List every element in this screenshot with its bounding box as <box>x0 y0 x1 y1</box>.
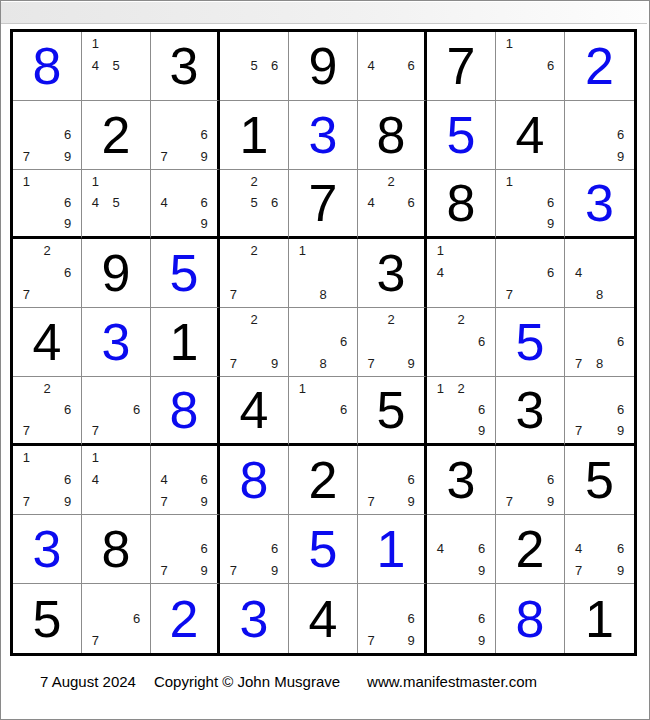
pencil-mark: 9 <box>478 424 485 437</box>
pencil-mark: 9 <box>407 634 414 647</box>
cell-r9c6[interactable]: 679 <box>358 584 427 653</box>
pencil-mark: 5 <box>250 59 257 72</box>
pencil-mark: 9 <box>200 217 207 230</box>
cell-value: 3 <box>358 239 424 307</box>
pencil-marks: 679 <box>568 378 631 441</box>
pencil-mark: 2 <box>250 313 257 326</box>
cell-r2c2[interactable]: 2 <box>82 101 151 170</box>
cell-value: 3 <box>151 32 217 100</box>
pencil-marks: 169 <box>499 171 561 234</box>
cell-value: 3 <box>496 377 564 443</box>
pencil-mark: 2 <box>43 244 50 257</box>
cell-value: 8 <box>151 377 217 443</box>
pencil-mark: 6 <box>407 473 414 486</box>
pencil-marks: 67 <box>499 240 561 305</box>
pencil-marks: 26 <box>430 309 492 374</box>
cell-value: 2 <box>565 32 634 100</box>
cell-r7c4[interactable]: 8 <box>220 446 289 515</box>
pencil-mark: 7 <box>367 495 374 508</box>
cell-r7c6[interactable]: 679 <box>358 446 427 515</box>
footer-date: 7 August 2024 <box>40 673 136 690</box>
cell-r2c4[interactable]: 1 <box>220 101 289 170</box>
pencil-mark: 6 <box>271 196 278 209</box>
cell-r8c8[interactable]: 2 <box>496 515 565 584</box>
pencil-mark: 7 <box>506 288 513 301</box>
cell-value: 8 <box>82 515 150 583</box>
pencil-mark: 7 <box>575 564 582 577</box>
pencil-mark: 1 <box>23 451 30 464</box>
cell-r3c1[interactable]: 169 <box>13 170 82 239</box>
pencil-mark: 4 <box>92 473 99 486</box>
pencil-marks: 679 <box>154 516 214 581</box>
cell-r2c1[interactable]: 679 <box>13 101 82 170</box>
cell-r5c3[interactable]: 1 <box>151 308 220 377</box>
pencil-marks: 679 <box>499 447 561 512</box>
cell-r4c9[interactable]: 48 <box>565 239 634 308</box>
cell-r6c2[interactable]: 67 <box>82 377 151 446</box>
cell-value: 4 <box>496 101 564 169</box>
cell-r7c9[interactable]: 5 <box>565 446 634 515</box>
cell-r7c7[interactable]: 3 <box>427 446 496 515</box>
cell-r3c8[interactable]: 169 <box>496 170 565 239</box>
pencil-mark: 4 <box>92 59 99 72</box>
pencil-mark: 6 <box>64 473 71 486</box>
cell-r4c4[interactable]: 27 <box>220 239 289 308</box>
cell-value: 8 <box>427 170 495 236</box>
pencil-marks: 68 <box>292 309 354 374</box>
cell-value: 5 <box>565 446 634 514</box>
pencil-mark: 7 <box>92 634 99 647</box>
pencil-mark: 6 <box>200 196 207 209</box>
cell-r8c2[interactable]: 8 <box>82 515 151 584</box>
cell-r5c5[interactable]: 68 <box>289 308 358 377</box>
pencil-marks: 69 <box>430 585 492 651</box>
cell-r1c9[interactable]: 2 <box>565 32 634 101</box>
cell-r3c6[interactable]: 246 <box>358 170 427 239</box>
cell-r2c5[interactable]: 3 <box>289 101 358 170</box>
pencil-mark: 6 <box>478 612 485 625</box>
cell-r6c5[interactable]: 16 <box>289 377 358 446</box>
pencil-mark: 6 <box>64 128 71 141</box>
cell-value: 5 <box>427 101 495 169</box>
pencil-mark: 9 <box>478 564 485 577</box>
pencil-mark: 9 <box>64 495 71 508</box>
cell-r7c8[interactable]: 679 <box>496 446 565 515</box>
cell-r6c4[interactable]: 4 <box>220 377 289 446</box>
pencil-mark: 9 <box>478 634 485 647</box>
pencil-marks: 67 <box>85 378 147 441</box>
pencil-mark: 7 <box>23 495 30 508</box>
pencil-mark: 2 <box>250 175 257 188</box>
sudoku-board: 8145356946716267926791385469169145469256… <box>10 29 637 656</box>
pencil-mark: 4 <box>367 59 374 72</box>
cell-r7c2[interactable]: 14 <box>82 446 151 515</box>
pencil-mark: 9 <box>271 357 278 370</box>
cell-value: 5 <box>496 308 564 376</box>
pencil-marks: 145 <box>85 171 147 234</box>
pencil-marks: 56 <box>223 33 285 98</box>
cell-value: 3 <box>289 101 357 169</box>
pencil-mark: 7 <box>575 357 582 370</box>
pencil-mark: 6 <box>407 59 414 72</box>
cell-value: 3 <box>565 170 634 236</box>
cell-value: 5 <box>289 515 357 583</box>
pencil-mark: 7 <box>367 357 374 370</box>
pencil-mark: 4 <box>437 542 444 555</box>
cell-r6c7[interactable]: 1269 <box>427 377 496 446</box>
pencil-marks: 169 <box>16 171 78 234</box>
cell-value: 2 <box>151 584 217 653</box>
cell-r5c7[interactable]: 26 <box>427 308 496 377</box>
pencil-marks: 1269 <box>430 378 492 441</box>
cell-r4c1[interactable]: 267 <box>13 239 82 308</box>
pencil-marks: 679 <box>154 102 214 167</box>
cell-r6c6[interactable]: 5 <box>358 377 427 446</box>
pencil-mark: 7 <box>92 424 99 437</box>
pencil-mark: 9 <box>200 564 207 577</box>
cell-r2c8[interactable]: 4 <box>496 101 565 170</box>
pencil-mark: 2 <box>250 244 257 257</box>
pencil-mark: 7 <box>367 634 374 647</box>
cell-value: 8 <box>13 32 81 100</box>
cell-r3c4[interactable]: 256 <box>220 170 289 239</box>
footer: 7 August 2024 Copyright © John Musgrave … <box>40 673 537 690</box>
pencil-mark: 6 <box>64 403 71 416</box>
pencil-mark: 4 <box>160 196 167 209</box>
pencil-mark: 1 <box>299 382 306 395</box>
pencil-mark: 1 <box>506 175 513 188</box>
pencil-mark: 7 <box>23 288 30 301</box>
pencil-mark: 6 <box>64 196 71 209</box>
pencil-marks: 279 <box>223 309 285 374</box>
pencil-marks: 67 <box>85 585 147 651</box>
pencil-mark: 6 <box>617 128 624 141</box>
pencil-mark: 9 <box>617 424 624 437</box>
cell-r6c8[interactable]: 3 <box>496 377 565 446</box>
cell-r9c2[interactable]: 67 <box>82 584 151 653</box>
cell-r7c5[interactable]: 2 <box>289 446 358 515</box>
pencil-mark: 6 <box>340 403 347 416</box>
cell-r8c1[interactable]: 3 <box>13 515 82 584</box>
cell-r3c2[interactable]: 145 <box>82 170 151 239</box>
pencil-marks: 16 <box>499 33 561 98</box>
pencil-mark: 7 <box>575 424 582 437</box>
cell-value: 2 <box>289 446 357 514</box>
pencil-marks: 469 <box>430 516 492 581</box>
cell-value: 5 <box>358 377 424 443</box>
cell-r5c2[interactable]: 3 <box>82 308 151 377</box>
pencil-mark: 2 <box>387 175 394 188</box>
pencil-mark: 6 <box>133 403 140 416</box>
pencil-mark: 6 <box>64 266 71 279</box>
cell-r3c9[interactable]: 3 <box>565 170 634 239</box>
cell-r1c1[interactable]: 8 <box>13 32 82 101</box>
pencil-marks: 679 <box>361 585 421 651</box>
cell-r2c9[interactable]: 69 <box>565 101 634 170</box>
cell-r1c7[interactable]: 7 <box>427 32 496 101</box>
cell-r8c6[interactable]: 1 <box>358 515 427 584</box>
pencil-mark: 6 <box>200 128 207 141</box>
pencil-mark: 6 <box>617 542 624 555</box>
pencil-mark: 1 <box>92 451 99 464</box>
pencil-mark: 6 <box>478 403 485 416</box>
pencil-mark: 2 <box>457 313 464 326</box>
cell-r9c1[interactable]: 5 <box>13 584 82 653</box>
pencil-mark: 1 <box>92 37 99 50</box>
pencil-mark: 1 <box>437 244 444 257</box>
cell-r3c7[interactable]: 8 <box>427 170 496 239</box>
pencil-mark: 1 <box>437 382 444 395</box>
cell-r3c3[interactable]: 469 <box>151 170 220 239</box>
pencil-mark: 8 <box>319 357 326 370</box>
pencil-mark: 6 <box>617 335 624 348</box>
cell-r4c5[interactable]: 18 <box>289 239 358 308</box>
cell-r1c3[interactable]: 3 <box>151 32 220 101</box>
pencil-marks: 679 <box>361 447 421 512</box>
pencil-marks: 1679 <box>16 447 78 512</box>
pencil-mark: 7 <box>230 288 237 301</box>
pencil-mark: 2 <box>43 382 50 395</box>
cell-r1c2[interactable]: 145 <box>82 32 151 101</box>
pencil-marks: 267 <box>16 240 78 305</box>
pencil-mark: 6 <box>271 542 278 555</box>
cell-r1c4[interactable]: 56 <box>220 32 289 101</box>
pencil-marks: 679 <box>16 102 78 167</box>
cell-value: 1 <box>358 515 424 583</box>
pencil-mark: 8 <box>596 357 603 370</box>
pencil-marks: 14 <box>85 447 147 512</box>
cell-r6c9[interactable]: 679 <box>565 377 634 446</box>
pencil-mark: 7 <box>230 357 237 370</box>
pencil-mark: 6 <box>200 542 207 555</box>
cell-r7c3[interactable]: 4679 <box>151 446 220 515</box>
pencil-marks: 679 <box>223 516 285 581</box>
cell-r7c1[interactable]: 1679 <box>13 446 82 515</box>
pencil-mark: 7 <box>230 564 237 577</box>
cell-r1c8[interactable]: 16 <box>496 32 565 101</box>
pencil-mark: 6 <box>407 196 414 209</box>
cell-value: 3 <box>13 515 81 583</box>
pencil-mark: 5 <box>250 196 257 209</box>
pencil-mark: 6 <box>547 266 554 279</box>
cell-r2c7[interactable]: 5 <box>427 101 496 170</box>
cell-r4c6[interactable]: 3 <box>358 239 427 308</box>
pencil-marks: 18 <box>292 240 354 305</box>
pencil-mark: 6 <box>617 403 624 416</box>
cell-value: 5 <box>13 584 81 653</box>
cell-r9c9[interactable]: 1 <box>565 584 634 653</box>
cell-r5c4[interactable]: 279 <box>220 308 289 377</box>
pencil-mark: 1 <box>92 175 99 188</box>
cell-value: 7 <box>289 170 357 236</box>
cell-r8c9[interactable]: 4679 <box>565 515 634 584</box>
pencil-mark: 9 <box>547 217 554 230</box>
pencil-mark: 7 <box>160 150 167 163</box>
pencil-marks: 4679 <box>568 516 631 581</box>
cell-r4c2[interactable]: 9 <box>82 239 151 308</box>
pencil-mark: 4 <box>575 542 582 555</box>
header-bar <box>1 2 647 24</box>
pencil-mark: 9 <box>64 217 71 230</box>
pencil-mark: 6 <box>133 612 140 625</box>
pencil-mark: 6 <box>547 196 554 209</box>
cell-r9c5[interactable]: 4 <box>289 584 358 653</box>
pencil-mark: 4 <box>575 266 582 279</box>
pencil-mark: 6 <box>407 612 414 625</box>
pencil-mark: 9 <box>64 150 71 163</box>
footer-website: www.manifestmaster.com <box>367 673 537 690</box>
pencil-mark: 4 <box>437 266 444 279</box>
cell-r2c3[interactable]: 679 <box>151 101 220 170</box>
cell-r6c3[interactable]: 8 <box>151 377 220 446</box>
pencil-marks: 469 <box>154 171 214 234</box>
cell-r6c1[interactable]: 267 <box>13 377 82 446</box>
pencil-marks: 279 <box>361 309 421 374</box>
cell-value: 3 <box>220 584 288 653</box>
cell-value: 3 <box>82 308 150 376</box>
cell-r9c4[interactable]: 3 <box>220 584 289 653</box>
cell-r1c5[interactable]: 9 <box>289 32 358 101</box>
pencil-mark: 6 <box>478 335 485 348</box>
cell-value: 7 <box>427 32 495 100</box>
cell-value: 9 <box>289 32 357 100</box>
pencil-mark: 1 <box>506 37 513 50</box>
pencil-mark: 6 <box>547 59 554 72</box>
pencil-mark: 6 <box>200 473 207 486</box>
cell-value: 1 <box>565 584 634 653</box>
footer-copyright: Copyright © John Musgrave <box>154 673 340 690</box>
pencil-mark: 6 <box>547 473 554 486</box>
pencil-marks: 246 <box>361 171 421 234</box>
pencil-mark: 9 <box>547 495 554 508</box>
pencil-marks: 145 <box>85 33 147 98</box>
cell-value: 3 <box>427 446 495 514</box>
pencil-marks: 48 <box>568 240 631 305</box>
cell-value: 9 <box>82 239 150 307</box>
cell-r4c7[interactable]: 14 <box>427 239 496 308</box>
pencil-mark: 7 <box>160 564 167 577</box>
cell-r5c6[interactable]: 279 <box>358 308 427 377</box>
pencil-mark: 9 <box>617 150 624 163</box>
cell-value: 2 <box>496 515 564 583</box>
pencil-mark: 7 <box>160 495 167 508</box>
pencil-mark: 6 <box>478 542 485 555</box>
cell-r8c7[interactable]: 469 <box>427 515 496 584</box>
pencil-mark: 7 <box>23 150 30 163</box>
pencil-mark: 9 <box>407 495 414 508</box>
pencil-mark: 7 <box>23 424 30 437</box>
pencil-mark: 4 <box>92 196 99 209</box>
cell-r8c5[interactable]: 5 <box>289 515 358 584</box>
cell-value: 1 <box>151 308 217 376</box>
pencil-mark: 1 <box>299 244 306 257</box>
cell-value: 4 <box>13 308 81 376</box>
pencil-mark: 1 <box>23 175 30 188</box>
pencil-mark: 6 <box>271 59 278 72</box>
pencil-mark: 9 <box>271 564 278 577</box>
cell-value: 8 <box>220 446 288 514</box>
cell-r8c3[interactable]: 679 <box>151 515 220 584</box>
pencil-mark: 2 <box>387 313 394 326</box>
pencil-mark: 4 <box>160 473 167 486</box>
cell-r5c8[interactable]: 5 <box>496 308 565 377</box>
cell-r5c9[interactable]: 678 <box>565 308 634 377</box>
pencil-mark: 8 <box>319 288 326 301</box>
pencil-marks: 27 <box>223 240 285 305</box>
cell-value: 5 <box>151 239 217 307</box>
cell-r4c3[interactable]: 5 <box>151 239 220 308</box>
cell-r3c5[interactable]: 7 <box>289 170 358 239</box>
pencil-marks: 256 <box>223 171 285 234</box>
cell-r1c6[interactable]: 46 <box>358 32 427 101</box>
cell-value: 8 <box>496 584 564 653</box>
cell-r2c6[interactable]: 8 <box>358 101 427 170</box>
cell-value: 4 <box>289 584 357 653</box>
cell-value: 1 <box>220 101 288 169</box>
pencil-marks: 678 <box>568 309 631 374</box>
cell-r9c3[interactable]: 2 <box>151 584 220 653</box>
pencil-mark: 6 <box>340 335 347 348</box>
pencil-mark: 5 <box>112 196 119 209</box>
cell-r8c4[interactable]: 679 <box>220 515 289 584</box>
pencil-mark: 8 <box>596 288 603 301</box>
pencil-mark: 9 <box>407 357 414 370</box>
pencil-marks: 14 <box>430 240 492 305</box>
cell-value: 4 <box>220 377 288 443</box>
pencil-mark: 9 <box>617 564 624 577</box>
pencil-marks: 267 <box>16 378 78 441</box>
cell-value: 2 <box>82 101 150 169</box>
pencil-mark: 4 <box>367 196 374 209</box>
pencil-marks: 69 <box>568 102 631 167</box>
cell-value: 8 <box>358 101 424 169</box>
pencil-mark: 2 <box>457 382 464 395</box>
pencil-mark: 7 <box>506 495 513 508</box>
pencil-mark: 5 <box>112 59 119 72</box>
cell-r4c8[interactable]: 67 <box>496 239 565 308</box>
pencil-marks: 4679 <box>154 447 214 512</box>
pencil-marks: 16 <box>292 378 354 441</box>
pencil-mark: 9 <box>200 150 207 163</box>
cell-r9c7[interactable]: 69 <box>427 584 496 653</box>
cell-r9c8[interactable]: 8 <box>496 584 565 653</box>
pencil-marks: 46 <box>361 33 421 98</box>
cell-r5c1[interactable]: 4 <box>13 308 82 377</box>
pencil-mark: 9 <box>200 495 207 508</box>
